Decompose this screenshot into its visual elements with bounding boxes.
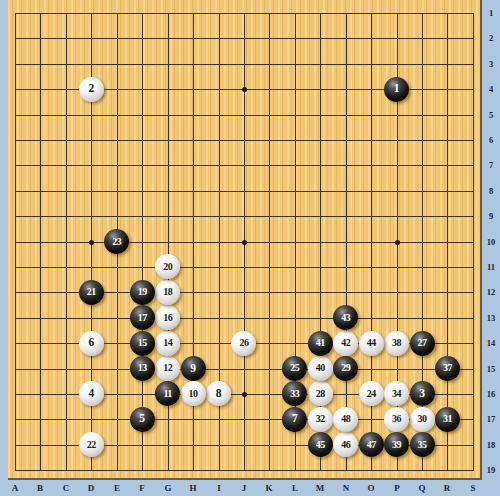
stone-O16[interactable]: 24 bbox=[359, 381, 384, 406]
column-label-G: G bbox=[164, 483, 171, 493]
move-number: 25 bbox=[290, 363, 299, 373]
row-label-17: 17 bbox=[487, 414, 496, 424]
move-number: 1 bbox=[394, 83, 400, 95]
row-label-2: 2 bbox=[489, 33, 493, 43]
move-number: 16 bbox=[163, 312, 172, 322]
stone-G12[interactable]: 18 bbox=[155, 280, 180, 305]
stone-F13[interactable]: 17 bbox=[130, 305, 155, 330]
stone-D16[interactable]: 4 bbox=[79, 381, 104, 406]
stone-Q16[interactable]: 3 bbox=[410, 381, 435, 406]
move-number: 46 bbox=[341, 439, 350, 449]
move-number: 5 bbox=[139, 413, 145, 425]
move-number: 3 bbox=[419, 388, 425, 400]
stone-F12[interactable]: 19 bbox=[130, 280, 155, 305]
move-number: 19 bbox=[138, 287, 147, 297]
row-label-10: 10 bbox=[487, 237, 496, 247]
stone-G11[interactable]: 20 bbox=[155, 254, 180, 279]
move-number: 35 bbox=[418, 439, 427, 449]
row-label-3: 3 bbox=[489, 59, 493, 69]
move-number: 33 bbox=[290, 388, 299, 398]
row-label-16: 16 bbox=[487, 389, 496, 399]
move-number: 32 bbox=[316, 414, 325, 424]
move-number: 11 bbox=[163, 388, 171, 398]
move-number: 4 bbox=[88, 388, 94, 400]
move-number: 47 bbox=[367, 439, 376, 449]
move-number: 30 bbox=[418, 414, 427, 424]
stone-P16[interactable]: 34 bbox=[384, 381, 409, 406]
stone-J14[interactable]: 26 bbox=[231, 331, 256, 356]
column-label-A: A bbox=[12, 483, 19, 493]
move-number: 20 bbox=[163, 261, 172, 271]
move-number: 34 bbox=[392, 388, 401, 398]
move-number: 14 bbox=[163, 338, 172, 348]
move-number: 23 bbox=[112, 236, 121, 246]
move-number: 38 bbox=[392, 338, 401, 348]
go-board[interactable]: 1234567891011121314151617181920212223242… bbox=[8, 0, 482, 480]
move-number: 10 bbox=[189, 388, 198, 398]
column-label-D: D bbox=[88, 483, 95, 493]
stone-I16[interactable]: 8 bbox=[206, 381, 231, 406]
row-label-8: 8 bbox=[489, 186, 493, 196]
stone-R17[interactable]: 31 bbox=[435, 407, 460, 432]
stone-Q18[interactable]: 35 bbox=[410, 432, 435, 457]
stone-N14[interactable]: 42 bbox=[333, 331, 358, 356]
stone-E10[interactable]: 23 bbox=[104, 229, 129, 254]
row-label-9: 9 bbox=[489, 211, 493, 221]
move-number: 2 bbox=[88, 83, 94, 95]
move-number: 48 bbox=[341, 414, 350, 424]
column-label-P: P bbox=[394, 483, 400, 493]
row-label-19: 19 bbox=[487, 465, 496, 475]
column-label-E: E bbox=[114, 483, 120, 493]
move-number: 40 bbox=[316, 363, 325, 373]
column-label-S: S bbox=[470, 483, 475, 493]
row-label-11: 11 bbox=[487, 262, 495, 272]
stone-R15[interactable]: 37 bbox=[435, 356, 460, 381]
stone-F14[interactable]: 15 bbox=[130, 331, 155, 356]
stone-O18[interactable]: 47 bbox=[359, 432, 384, 457]
stone-P14[interactable]: 38 bbox=[384, 331, 409, 356]
stone-D18[interactable]: 22 bbox=[79, 432, 104, 457]
column-label-B: B bbox=[37, 483, 43, 493]
column-label-O: O bbox=[367, 483, 374, 493]
move-number: 9 bbox=[190, 362, 196, 374]
move-number: 27 bbox=[418, 338, 427, 348]
row-label-13: 13 bbox=[487, 313, 496, 323]
move-number: 26 bbox=[239, 338, 248, 348]
move-number: 18 bbox=[163, 287, 172, 297]
move-number: 41 bbox=[316, 338, 325, 348]
stone-N15[interactable]: 29 bbox=[333, 356, 358, 381]
column-label-R: R bbox=[444, 483, 451, 493]
stone-P18[interactable]: 39 bbox=[384, 432, 409, 457]
stone-M18[interactable]: 45 bbox=[308, 432, 333, 457]
move-number: 17 bbox=[138, 312, 147, 322]
move-number: 36 bbox=[392, 414, 401, 424]
move-number: 8 bbox=[216, 388, 222, 400]
stone-N17[interactable]: 48 bbox=[333, 407, 358, 432]
stone-D4[interactable]: 2 bbox=[79, 77, 104, 102]
column-label-N: N bbox=[343, 483, 350, 493]
move-number: 31 bbox=[443, 414, 452, 424]
row-label-15: 15 bbox=[487, 364, 496, 374]
move-number: 45 bbox=[316, 439, 325, 449]
move-number: 44 bbox=[367, 338, 376, 348]
stone-M14[interactable]: 41 bbox=[308, 331, 333, 356]
move-number: 39 bbox=[392, 439, 401, 449]
row-label-14: 14 bbox=[487, 338, 496, 348]
move-number: 43 bbox=[341, 312, 350, 322]
stone-P17[interactable]: 36 bbox=[384, 407, 409, 432]
stone-M16[interactable]: 28 bbox=[308, 381, 333, 406]
stone-F15[interactable]: 13 bbox=[130, 356, 155, 381]
stone-Q17[interactable]: 30 bbox=[410, 407, 435, 432]
stone-L15[interactable]: 25 bbox=[282, 356, 307, 381]
move-number: 21 bbox=[87, 287, 96, 297]
column-label-L: L bbox=[292, 483, 298, 493]
column-label-J: J bbox=[242, 483, 247, 493]
column-label-K: K bbox=[265, 483, 272, 493]
stone-G15[interactable]: 12 bbox=[155, 356, 180, 381]
stone-M15[interactable]: 40 bbox=[308, 356, 333, 381]
row-label-18: 18 bbox=[487, 440, 496, 450]
move-number: 6 bbox=[88, 337, 94, 349]
stone-N18[interactable]: 46 bbox=[333, 432, 358, 457]
column-label-I: I bbox=[217, 483, 221, 493]
stone-G14[interactable]: 14 bbox=[155, 331, 180, 356]
stone-M17[interactable]: 32 bbox=[308, 407, 333, 432]
stone-P4[interactable]: 1 bbox=[384, 77, 409, 102]
move-number: 7 bbox=[292, 413, 298, 425]
stone-F17[interactable]: 5 bbox=[130, 407, 155, 432]
move-number: 24 bbox=[367, 388, 376, 398]
column-label-H: H bbox=[189, 483, 196, 493]
stones-grid: 1234567891011121314151617181920212223242… bbox=[2, 0, 485, 482]
stone-L16[interactable]: 33 bbox=[282, 381, 307, 406]
stone-G16[interactable]: 11 bbox=[155, 381, 180, 406]
row-label-7: 7 bbox=[489, 160, 493, 170]
move-number: 13 bbox=[138, 363, 147, 373]
column-label-Q: Q bbox=[418, 483, 425, 493]
row-label-12: 12 bbox=[487, 287, 496, 297]
move-number: 28 bbox=[316, 388, 325, 398]
move-number: 22 bbox=[87, 439, 96, 449]
stone-L17[interactable]: 7 bbox=[282, 407, 307, 432]
stone-H16[interactable]: 10 bbox=[181, 381, 206, 406]
stone-Q14[interactable]: 27 bbox=[410, 331, 435, 356]
move-number: 12 bbox=[163, 363, 172, 373]
stone-N13[interactable]: 43 bbox=[333, 305, 358, 330]
stone-G13[interactable]: 16 bbox=[155, 305, 180, 330]
stone-H15[interactable]: 9 bbox=[181, 356, 206, 381]
row-label-6: 6 bbox=[489, 135, 493, 145]
goban-frame: 1234567891011121314151617181920212223242… bbox=[0, 0, 500, 496]
row-label-4: 4 bbox=[489, 84, 493, 94]
row-label-1: 1 bbox=[489, 8, 493, 18]
stone-O14[interactable]: 44 bbox=[359, 331, 384, 356]
column-label-C: C bbox=[63, 483, 70, 493]
stone-D12[interactable]: 21 bbox=[79, 280, 104, 305]
move-number: 37 bbox=[443, 363, 452, 373]
move-number: 15 bbox=[138, 338, 147, 348]
column-label-F: F bbox=[139, 483, 145, 493]
column-label-M: M bbox=[316, 483, 325, 493]
stone-D14[interactable]: 6 bbox=[79, 331, 104, 356]
row-label-5: 5 bbox=[489, 110, 493, 120]
move-number: 29 bbox=[341, 363, 350, 373]
move-number: 42 bbox=[341, 338, 350, 348]
